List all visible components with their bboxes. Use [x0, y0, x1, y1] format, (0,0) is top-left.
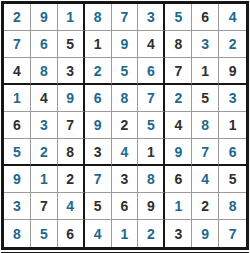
cell-r5c9[interactable]: 1	[219, 112, 246, 139]
cell-r9c5[interactable]: 1	[112, 220, 139, 247]
cell-r2c7[interactable]: 8	[165, 31, 192, 58]
cell-r3c1[interactable]: 4	[4, 58, 31, 85]
cell-r3c8[interactable]: 1	[192, 58, 219, 85]
cell-r5c3[interactable]: 7	[58, 112, 85, 139]
cell-r8c5[interactable]: 6	[112, 193, 139, 220]
cell-r5c1[interactable]: 6	[4, 112, 31, 139]
cell-r7c9[interactable]: 5	[219, 166, 246, 193]
cell-r4c7[interactable]: 2	[165, 85, 192, 112]
cell-r7c6[interactable]: 8	[138, 166, 165, 193]
cell-r8c4[interactable]: 5	[85, 193, 112, 220]
cell-r9c1[interactable]: 8	[4, 220, 31, 247]
cell-r8c3[interactable]: 4	[58, 193, 85, 220]
cell-r4c6[interactable]: 7	[138, 85, 165, 112]
cell-r1c5[interactable]: 7	[112, 4, 139, 31]
cell-r1c2[interactable]: 9	[31, 4, 58, 31]
cell-r6c1[interactable]: 5	[4, 139, 31, 166]
cell-r5c5[interactable]: 2	[112, 112, 139, 139]
cell-r1c1[interactable]: 2	[4, 4, 31, 31]
cell-r2c6[interactable]: 4	[138, 31, 165, 58]
cell-r6c2[interactable]: 2	[31, 139, 58, 166]
cell-r9c8[interactable]: 9	[192, 220, 219, 247]
cell-r6c8[interactable]: 7	[192, 139, 219, 166]
cell-r2c9[interactable]: 2	[219, 31, 246, 58]
cell-r6c9[interactable]: 6	[219, 139, 246, 166]
cell-r1c9[interactable]: 4	[219, 4, 246, 31]
cell-r8c1[interactable]: 3	[4, 193, 31, 220]
cell-r3c6[interactable]: 6	[138, 58, 165, 85]
page: 2918735647651948324832567191496872536379…	[0, 0, 250, 250]
cell-r1c6[interactable]: 3	[138, 4, 165, 31]
cell-r5c6[interactable]: 5	[138, 112, 165, 139]
cell-r5c2[interactable]: 3	[31, 112, 58, 139]
cell-r6c4[interactable]: 3	[85, 139, 112, 166]
cell-r7c4[interactable]: 7	[85, 166, 112, 193]
cell-r4c8[interactable]: 5	[192, 85, 219, 112]
cell-r4c5[interactable]: 8	[112, 85, 139, 112]
cell-r4c3[interactable]: 9	[58, 85, 85, 112]
cell-r6c3[interactable]: 8	[58, 139, 85, 166]
cell-r5c4[interactable]: 9	[85, 112, 112, 139]
cell-r2c3[interactable]: 5	[58, 31, 85, 58]
cell-r4c2[interactable]: 4	[31, 85, 58, 112]
cell-r3c3[interactable]: 3	[58, 58, 85, 85]
sudoku-board: 2918735647651948324832567191496872536379…	[1, 1, 249, 250]
cell-r9c4[interactable]: 4	[85, 220, 112, 247]
cell-r9c2[interactable]: 5	[31, 220, 58, 247]
cell-r7c3[interactable]: 2	[58, 166, 85, 193]
cell-r9c9[interactable]: 7	[219, 220, 246, 247]
cell-r8c9[interactable]: 8	[219, 193, 246, 220]
cell-r3c2[interactable]: 8	[31, 58, 58, 85]
cell-r2c5[interactable]: 9	[112, 31, 139, 58]
cell-r2c8[interactable]: 3	[192, 31, 219, 58]
cell-r4c1[interactable]: 1	[4, 85, 31, 112]
cell-r7c1[interactable]: 9	[4, 166, 31, 193]
cell-r8c2[interactable]: 7	[31, 193, 58, 220]
cell-r6c6[interactable]: 1	[138, 139, 165, 166]
cell-r6c5[interactable]: 4	[112, 139, 139, 166]
cell-r2c1[interactable]: 7	[4, 31, 31, 58]
cell-r9c6[interactable]: 2	[138, 220, 165, 247]
cell-r1c3[interactable]: 1	[58, 4, 85, 31]
cell-r8c8[interactable]: 2	[192, 193, 219, 220]
cell-r9c3[interactable]: 6	[58, 220, 85, 247]
cell-r3c7[interactable]: 7	[165, 58, 192, 85]
cell-r8c7[interactable]: 1	[165, 193, 192, 220]
cell-r7c5[interactable]: 3	[112, 166, 139, 193]
cell-r2c2[interactable]: 6	[31, 31, 58, 58]
cell-r5c8[interactable]: 8	[192, 112, 219, 139]
cell-r8c6[interactable]: 9	[138, 193, 165, 220]
cell-r7c2[interactable]: 1	[31, 166, 58, 193]
cell-r4c9[interactable]: 3	[219, 85, 246, 112]
cell-r7c8[interactable]: 4	[192, 166, 219, 193]
cell-r3c9[interactable]: 9	[219, 58, 246, 85]
cell-r1c7[interactable]: 5	[165, 4, 192, 31]
cell-r1c8[interactable]: 6	[192, 4, 219, 31]
cell-r5c7[interactable]: 4	[165, 112, 192, 139]
cell-r6c7[interactable]: 9	[165, 139, 192, 166]
cell-r4c4[interactable]: 6	[85, 85, 112, 112]
cell-r2c4[interactable]: 1	[85, 31, 112, 58]
cell-r7c7[interactable]: 6	[165, 166, 192, 193]
cell-r9c7[interactable]: 3	[165, 220, 192, 247]
cell-r1c4[interactable]: 8	[85, 4, 112, 31]
cell-r3c5[interactable]: 5	[112, 58, 139, 85]
cell-r3c4[interactable]: 2	[85, 58, 112, 85]
